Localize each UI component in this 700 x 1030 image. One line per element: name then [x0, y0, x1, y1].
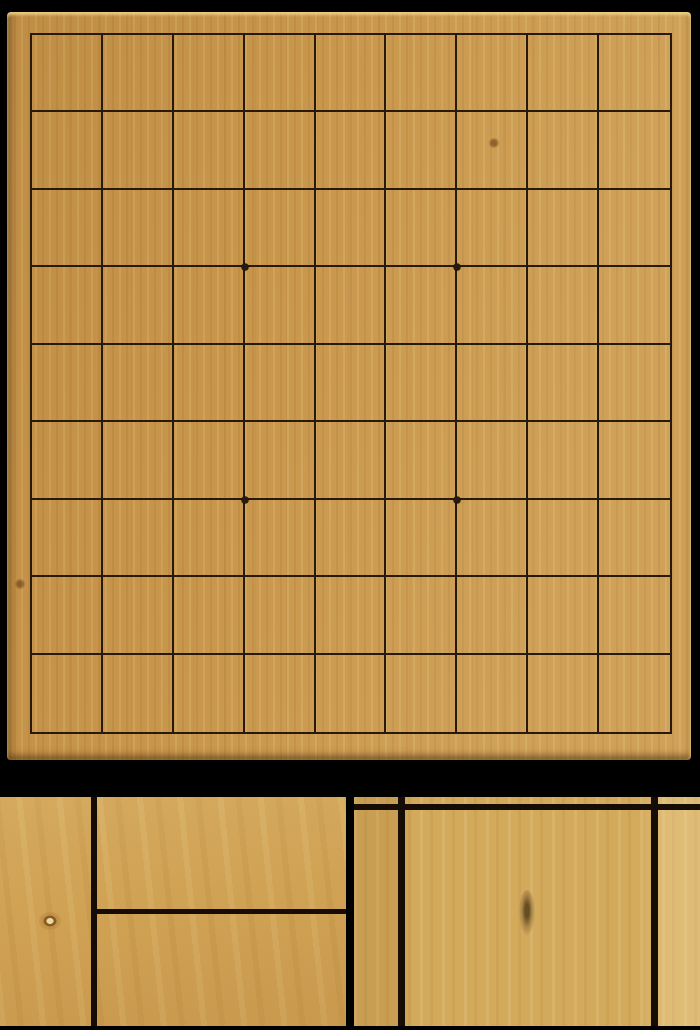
grid-line-vertical — [651, 797, 658, 1026]
square-6f — [245, 422, 316, 499]
square-5b — [316, 112, 387, 189]
square-9a — [32, 35, 103, 112]
square-2e — [528, 345, 599, 422]
square-7e — [174, 345, 245, 422]
square-3i — [457, 655, 528, 732]
square-4f — [386, 422, 457, 499]
square-5c — [316, 190, 387, 267]
wood-knot — [38, 911, 62, 931]
square-3b — [457, 112, 528, 189]
square-1f — [599, 422, 670, 499]
square-9d — [32, 267, 103, 344]
square-6e — [245, 345, 316, 422]
star-point — [241, 264, 248, 271]
square-5a — [316, 35, 387, 112]
square-5h — [316, 577, 387, 654]
square-6d — [245, 267, 316, 344]
square-8e — [103, 345, 174, 422]
square-8b — [103, 112, 174, 189]
square-3e — [457, 345, 528, 422]
square-3c — [457, 190, 528, 267]
shogi-board-grid — [30, 33, 672, 734]
square-9b — [32, 112, 103, 189]
square-1d — [599, 267, 670, 344]
square-7h — [174, 577, 245, 654]
square-2i — [528, 655, 599, 732]
square-9h — [32, 577, 103, 654]
square-6i — [245, 655, 316, 732]
square-7g — [174, 500, 245, 577]
square-6c — [245, 190, 316, 267]
square-7c — [174, 190, 245, 267]
square-5f — [316, 422, 387, 499]
square-1e — [599, 345, 670, 422]
square-1c — [599, 190, 670, 267]
square-4g — [386, 500, 457, 577]
square-7i — [174, 655, 245, 732]
square-9f — [32, 422, 103, 499]
square-2g — [528, 500, 599, 577]
square-8d — [103, 267, 174, 344]
detail-photo-left — [0, 797, 346, 1026]
square-4i — [386, 655, 457, 732]
square-9i — [32, 655, 103, 732]
square-4b — [386, 112, 457, 189]
star-point — [454, 496, 461, 503]
square-1h — [599, 577, 670, 654]
star-point — [454, 264, 461, 271]
wood-knot — [519, 890, 535, 936]
square-1i — [599, 655, 670, 732]
grid-line-horizontal — [354, 804, 700, 810]
square-3g — [457, 500, 528, 577]
square-2f — [528, 422, 599, 499]
square-3f — [457, 422, 528, 499]
square-2h — [528, 577, 599, 654]
square-9g — [32, 500, 103, 577]
square-5e — [316, 345, 387, 422]
square-4e — [386, 345, 457, 422]
square-3h — [457, 577, 528, 654]
star-point — [241, 496, 248, 503]
square-7b — [174, 112, 245, 189]
square-8f — [103, 422, 174, 499]
wood-knot-speck — [488, 138, 500, 148]
square-8h — [103, 577, 174, 654]
product-photo-collage — [0, 0, 700, 1030]
square-6b — [245, 112, 316, 189]
square-5d — [316, 267, 387, 344]
square-8a — [103, 35, 174, 112]
square-4h — [386, 577, 457, 654]
grid-line-horizontal — [91, 909, 346, 914]
square-9c — [32, 190, 103, 267]
square-8g — [103, 500, 174, 577]
square-8c — [103, 190, 174, 267]
wood-knot-speck — [15, 578, 25, 590]
square-7a — [174, 35, 245, 112]
detail-photo-right — [354, 797, 700, 1026]
square-5g — [316, 500, 387, 577]
square-7f — [174, 422, 245, 499]
square-1g — [599, 500, 670, 577]
square-8i — [103, 655, 174, 732]
square-5i — [316, 655, 387, 732]
square-9e — [32, 345, 103, 422]
square-2a — [528, 35, 599, 112]
square-2b — [528, 112, 599, 189]
square-4c — [386, 190, 457, 267]
grid-line-vertical — [398, 797, 405, 1026]
square-1b — [599, 112, 670, 189]
square-3d — [457, 267, 528, 344]
shogi-board-photo — [7, 12, 691, 760]
square-2c — [528, 190, 599, 267]
square-6h — [245, 577, 316, 654]
square-3a — [457, 35, 528, 112]
square-6g — [245, 500, 316, 577]
square-7d — [174, 267, 245, 344]
square-6a — [245, 35, 316, 112]
square-2d — [528, 267, 599, 344]
square-4a — [386, 35, 457, 112]
square-1a — [599, 35, 670, 112]
square-4d — [386, 267, 457, 344]
